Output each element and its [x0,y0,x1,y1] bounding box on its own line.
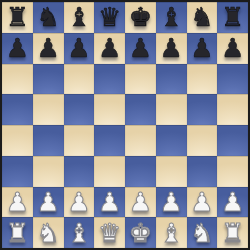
square-c3[interactable] [64,156,95,187]
white-knight[interactable]: ♞ [33,217,64,248]
square-b6[interactable] [33,64,64,95]
square-f6[interactable] [156,64,187,95]
square-a7[interactable]: ♟ [2,33,33,64]
white-pawn[interactable]: ♟ [94,187,125,218]
square-g1[interactable]: ♞ [187,217,218,248]
white-king[interactable]: ♚ [125,217,156,248]
square-h2[interactable]: ♟ [217,187,248,218]
white-pawn[interactable]: ♟ [33,187,64,218]
square-e7[interactable]: ♟ [125,33,156,64]
square-f1[interactable]: ♝ [156,217,187,248]
square-d3[interactable] [94,156,125,187]
square-b2[interactable]: ♟ [33,187,64,218]
black-rook[interactable]: ♜ [217,2,248,33]
square-h8[interactable]: ♜ [217,2,248,33]
square-h3[interactable] [217,156,248,187]
square-h7[interactable]: ♟ [217,33,248,64]
square-a6[interactable] [2,64,33,95]
white-queen[interactable]: ♛ [94,217,125,248]
square-b8[interactable]: ♞ [33,2,64,33]
square-a1[interactable]: ♜ [2,217,33,248]
square-d7[interactable]: ♟ [94,33,125,64]
white-bishop[interactable]: ♝ [156,217,187,248]
square-g6[interactable] [187,64,218,95]
square-f5[interactable] [156,94,187,125]
square-a8[interactable]: ♜ [2,2,33,33]
black-pawn[interactable]: ♟ [33,33,64,64]
square-d2[interactable]: ♟ [94,187,125,218]
white-rook[interactable]: ♜ [2,217,33,248]
black-pawn[interactable]: ♟ [187,33,218,64]
square-c6[interactable] [64,64,95,95]
square-c4[interactable] [64,125,95,156]
square-h4[interactable] [217,125,248,156]
black-pawn[interactable]: ♟ [217,33,248,64]
square-c7[interactable]: ♟ [64,33,95,64]
square-h5[interactable] [217,94,248,125]
black-bishop[interactable]: ♝ [156,2,187,33]
white-pawn[interactable]: ♟ [187,187,218,218]
square-d5[interactable] [94,94,125,125]
square-g8[interactable]: ♞ [187,2,218,33]
square-b1[interactable]: ♞ [33,217,64,248]
square-c2[interactable]: ♟ [64,187,95,218]
square-c1[interactable]: ♝ [64,217,95,248]
square-a4[interactable] [2,125,33,156]
white-pawn[interactable]: ♟ [64,187,95,218]
black-pawn[interactable]: ♟ [2,33,33,64]
square-c8[interactable]: ♝ [64,2,95,33]
square-g4[interactable] [187,125,218,156]
square-e4[interactable] [125,125,156,156]
square-e5[interactable] [125,94,156,125]
square-h1[interactable]: ♜ [217,217,248,248]
square-a3[interactable] [2,156,33,187]
black-king[interactable]: ♚ [125,2,156,33]
white-pawn[interactable]: ♟ [125,187,156,218]
white-bishop[interactable]: ♝ [64,217,95,248]
square-f8[interactable]: ♝ [156,2,187,33]
square-f4[interactable] [156,125,187,156]
white-pawn[interactable]: ♟ [217,187,248,218]
square-g3[interactable] [187,156,218,187]
white-rook[interactable]: ♜ [217,217,248,248]
white-pawn[interactable]: ♟ [156,187,187,218]
square-h6[interactable] [217,64,248,95]
square-f7[interactable]: ♟ [156,33,187,64]
square-b5[interactable] [33,94,64,125]
square-f2[interactable]: ♟ [156,187,187,218]
black-knight[interactable]: ♞ [187,2,218,33]
square-a2[interactable]: ♟ [2,187,33,218]
square-a5[interactable] [2,94,33,125]
black-bishop[interactable]: ♝ [64,2,95,33]
black-pawn[interactable]: ♟ [64,33,95,64]
square-g2[interactable]: ♟ [187,187,218,218]
black-knight[interactable]: ♞ [33,2,64,33]
square-g5[interactable] [187,94,218,125]
square-e1[interactable]: ♚ [125,217,156,248]
square-d8[interactable]: ♛ [94,2,125,33]
square-d1[interactable]: ♛ [94,217,125,248]
black-rook[interactable]: ♜ [2,2,33,33]
square-c5[interactable] [64,94,95,125]
square-b7[interactable]: ♟ [33,33,64,64]
square-d4[interactable] [94,125,125,156]
white-knight[interactable]: ♞ [187,217,218,248]
black-pawn[interactable]: ♟ [156,33,187,64]
white-pawn[interactable]: ♟ [2,187,33,218]
square-e8[interactable]: ♚ [125,2,156,33]
square-b4[interactable] [33,125,64,156]
chess-board: ♜♞♝♛♚♝♞♜♟♟♟♟♟♟♟♟♟♟♟♟♟♟♟♟♜♞♝♛♚♝♞♜ [0,0,250,250]
square-d6[interactable] [94,64,125,95]
square-b3[interactable] [33,156,64,187]
square-f3[interactable] [156,156,187,187]
black-queen[interactable]: ♛ [94,2,125,33]
square-e3[interactable] [125,156,156,187]
square-e2[interactable]: ♟ [125,187,156,218]
square-g7[interactable]: ♟ [187,33,218,64]
square-e6[interactable] [125,64,156,95]
black-pawn[interactable]: ♟ [125,33,156,64]
black-pawn[interactable]: ♟ [94,33,125,64]
